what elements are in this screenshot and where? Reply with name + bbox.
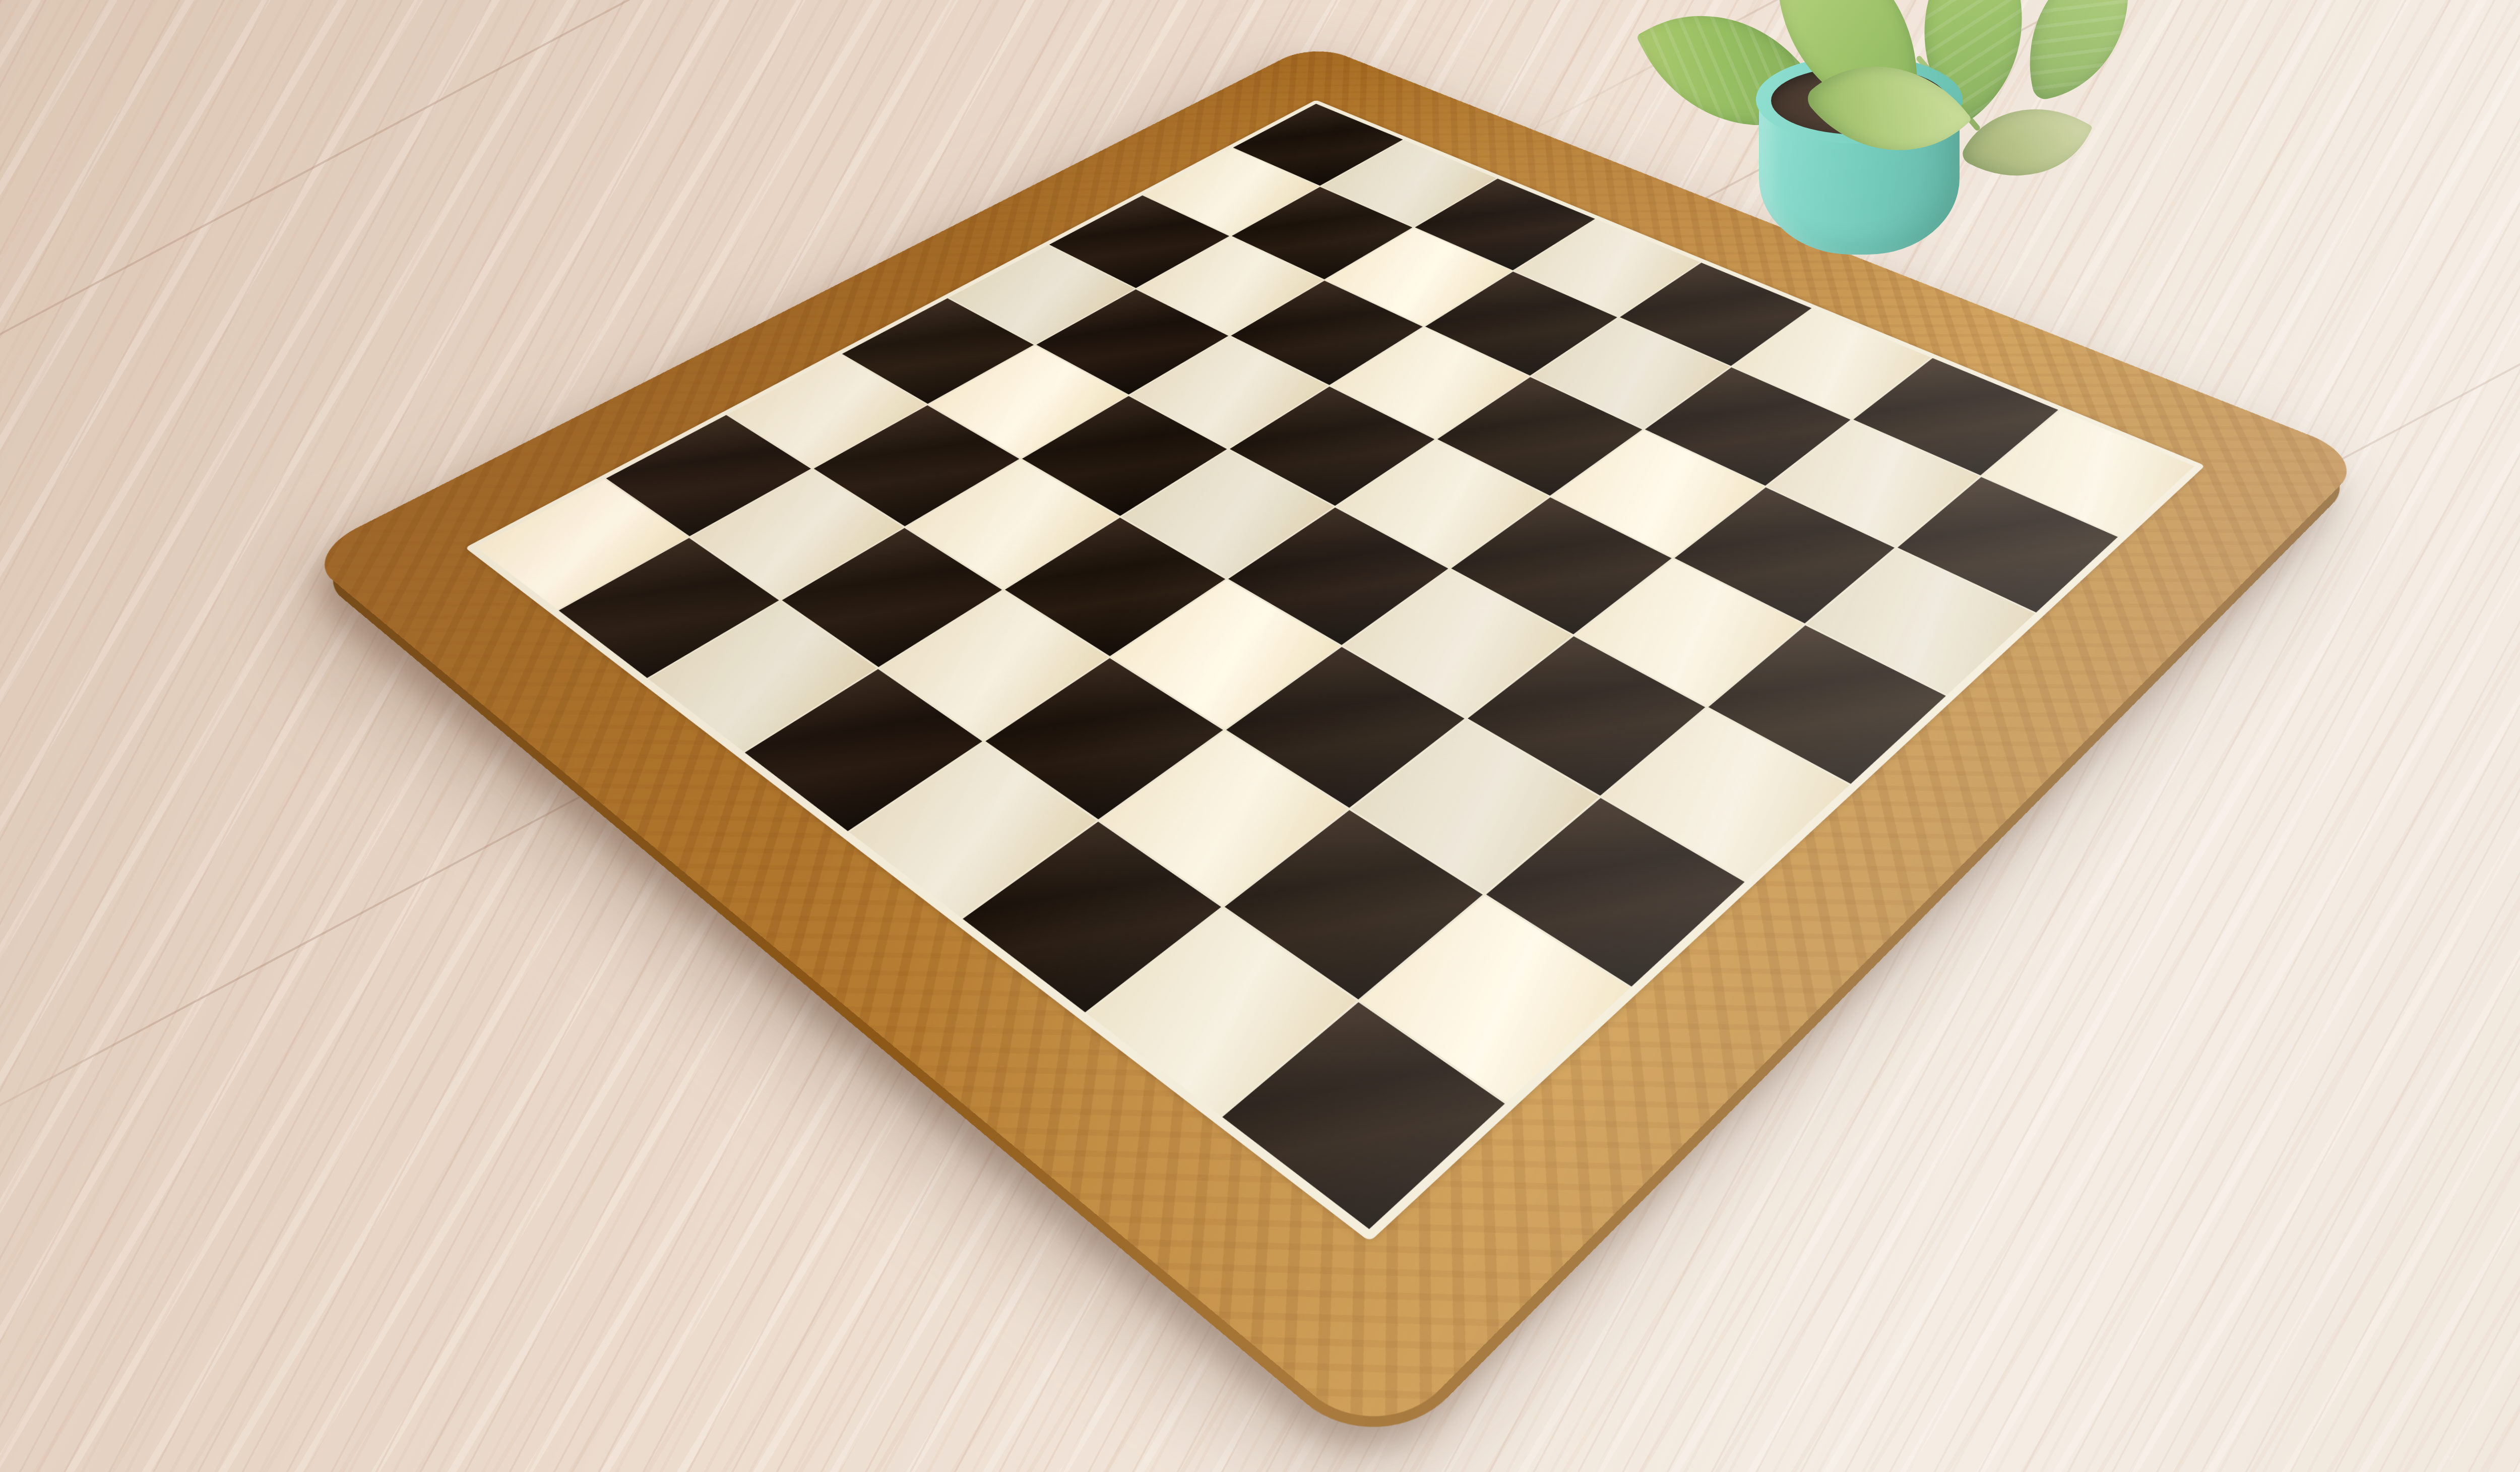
plant-leaf: [2009, 0, 2149, 101]
wooden-floor: [0, 0, 2520, 1472]
potted-plant: [1663, 0, 2243, 348]
